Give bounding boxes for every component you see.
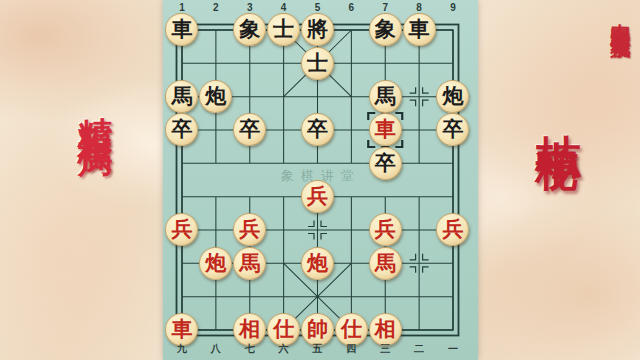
file-label-top: 8 [402,2,436,13]
piece-red-馬[interactable]: 馬 [233,247,266,280]
file-label-bottom: 七 [233,342,267,356]
piece-black-車[interactable]: 車 [403,13,436,46]
left-banner-title: 精彩棋局 [70,90,117,126]
file-label-top: 2 [199,2,233,13]
piece-black-馬[interactable]: 馬 [369,80,402,113]
piece-red-馬[interactable]: 馬 [369,247,402,280]
file-label-bottom: 一 [436,342,470,356]
piece-black-象[interactable]: 象 [369,13,402,46]
piece-black-卒[interactable]: 卒 [301,113,334,146]
file-label-bottom: 八 [199,342,233,356]
piece-black-馬[interactable]: 馬 [165,80,198,113]
file-label-bottom: 二 [402,342,436,356]
piece-red-兵[interactable]: 兵 [436,213,469,246]
book-title: 桔中秘 [528,98,588,119]
piece-black-卒[interactable]: 卒 [436,113,469,146]
file-label-bottom: 四 [334,342,368,356]
piece-black-炮[interactable]: 炮 [436,80,469,113]
file-label-bottom: 六 [267,342,301,356]
file-label-top: 9 [436,2,470,13]
file-label-top: 7 [368,2,402,13]
river-watermark: 象棋讲堂 [281,167,381,185]
file-label-bottom: 五 [301,342,335,356]
piece-black-卒[interactable]: 卒 [233,113,266,146]
piece-red-炮[interactable]: 炮 [301,247,334,280]
piece-red-炮[interactable]: 炮 [199,247,232,280]
piece-black-炮[interactable]: 炮 [199,80,232,113]
piece-red-兵[interactable]: 兵 [233,213,266,246]
file-label-top: 3 [233,2,267,13]
piece-black-象[interactable]: 象 [233,13,266,46]
file-labels-top: 123456789 [165,2,470,13]
piece-red-車-selected[interactable]: 車 [369,113,402,146]
piece-black-將[interactable]: 將 [301,13,334,46]
channel-title: 中国象棋古谱视频 [608,8,635,24]
file-label-bottom: 九 [165,342,199,356]
file-label-bottom: 三 [368,342,402,356]
file-label-top: 5 [301,2,335,13]
piece-red-兵[interactable]: 兵 [301,180,334,213]
piece-red-兵[interactable]: 兵 [369,213,402,246]
piece-black-士[interactable]: 士 [301,47,334,80]
file-labels-bottom: 九八七六五四三二一 [165,342,470,356]
piece-black-士[interactable]: 士 [267,13,300,46]
file-label-top: 4 [267,2,301,13]
file-label-top: 6 [334,2,368,13]
file-label-top: 1 [165,2,199,13]
piece-black-卒[interactable]: 卒 [165,113,198,146]
screen: 123456789 車象士將象車士馬炮馬炮卒卒卒車卒卒兵兵兵兵兵炮馬炮馬車相仕帥… [0,0,640,360]
piece-red-兵[interactable]: 兵 [165,213,198,246]
piece-black-車[interactable]: 車 [165,13,198,46]
